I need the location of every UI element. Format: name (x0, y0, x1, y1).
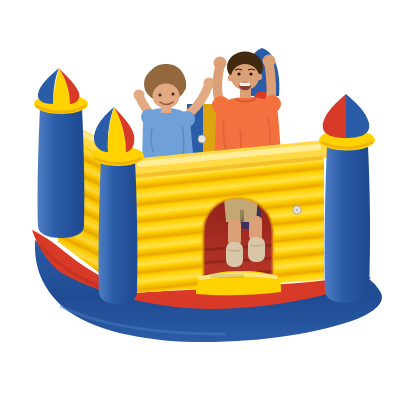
tower-column (99, 160, 138, 304)
warning-print (210, 274, 244, 278)
child-right-fist-left (214, 57, 227, 70)
child-left-hand-left (134, 90, 145, 101)
tower-column (325, 146, 370, 303)
front-wall (134, 147, 324, 296)
child-left-sleeve (179, 111, 195, 127)
child-right-sock (226, 242, 243, 267)
dome-segment-blue (346, 94, 369, 138)
tower-right (319, 94, 375, 303)
child-right-leg (228, 219, 241, 246)
child-right-arm-left (217, 65, 220, 100)
child-right-sleeve (263, 95, 281, 113)
child-right-arm-right (269, 63, 271, 100)
air-valve-icon (198, 135, 206, 143)
bounce-castle-illustration (0, 0, 400, 400)
tower-column (38, 108, 85, 238)
child-right-sleeve (212, 96, 230, 114)
child-right-eye (249, 72, 252, 75)
dome-segment-red (323, 94, 346, 138)
shorts-shadow (240, 210, 244, 222)
child-right-neck (240, 89, 251, 98)
tower-far-left (34, 68, 88, 238)
child-left-sleeve (141, 109, 157, 125)
air-valve-dot (296, 209, 299, 212)
child-left-eye (159, 94, 162, 97)
child-left-eye (172, 93, 175, 96)
tower-front-left (92, 107, 144, 304)
product-photo (0, 0, 400, 400)
child-right-eye (237, 72, 240, 75)
child-right-sock (248, 237, 265, 262)
child-right-fist-right (263, 55, 276, 68)
child-right-teeth (240, 83, 251, 87)
